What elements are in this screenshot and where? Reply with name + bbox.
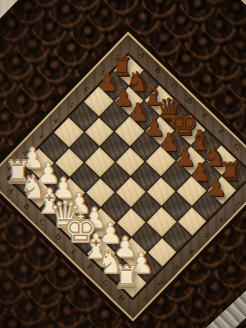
chess-board: ♜♞♝♛♚♝♞♜♟♟♟♟♟♟♟♟♟♟♟♟♟♟♟♟♜♞♝♛♚♝♞♜ AABBCCD… bbox=[0, 0, 246, 328]
rank-label-7: 7 bbox=[229, 196, 245, 212]
board-border: ♜♞♝♛♚♝♞♜♟♟♟♟♟♟♟♟♟♟♟♟♟♟♟♟♜♞♝♛♚♝♞♜ AABBCCD… bbox=[0, 32, 246, 322]
board-squares: ♜♞♝♛♚♝♞♜♟♟♟♟♟♟♟♟♟♟♟♟♟♟♟♟♜♞♝♛♚♝♞♜ bbox=[7, 53, 246, 300]
rank-label-1: 1 bbox=[137, 291, 153, 307]
rank-label-5: 5 bbox=[198, 228, 214, 244]
rank-label-4: 4 bbox=[183, 244, 199, 260]
product-photo-chess-board: ♜♞♝♛♚♝♞♜♟♟♟♟♟♟♟♟♟♟♟♟♟♟♟♟♜♞♝♛♚♝♞♜ AABBCCD… bbox=[0, 0, 246, 328]
rank-label-6: 6 bbox=[214, 212, 230, 228]
rank-label-3: 3 bbox=[168, 260, 184, 276]
rank-label-2: 2 bbox=[153, 275, 169, 291]
